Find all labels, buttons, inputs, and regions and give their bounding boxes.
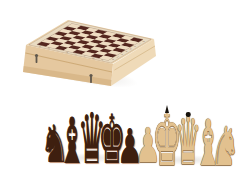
white-knight-glyph: ♞: [208, 120, 236, 174]
rank-label-1: 1: [109, 58, 118, 62]
chess-set-photo: abcdefgh 87654321 ♞ ♝ ♛ ♚ ♟ ♟ ♚ ♛: [0, 0, 236, 177]
white-knight-piece[interactable]: ♞: [198, 120, 236, 174]
